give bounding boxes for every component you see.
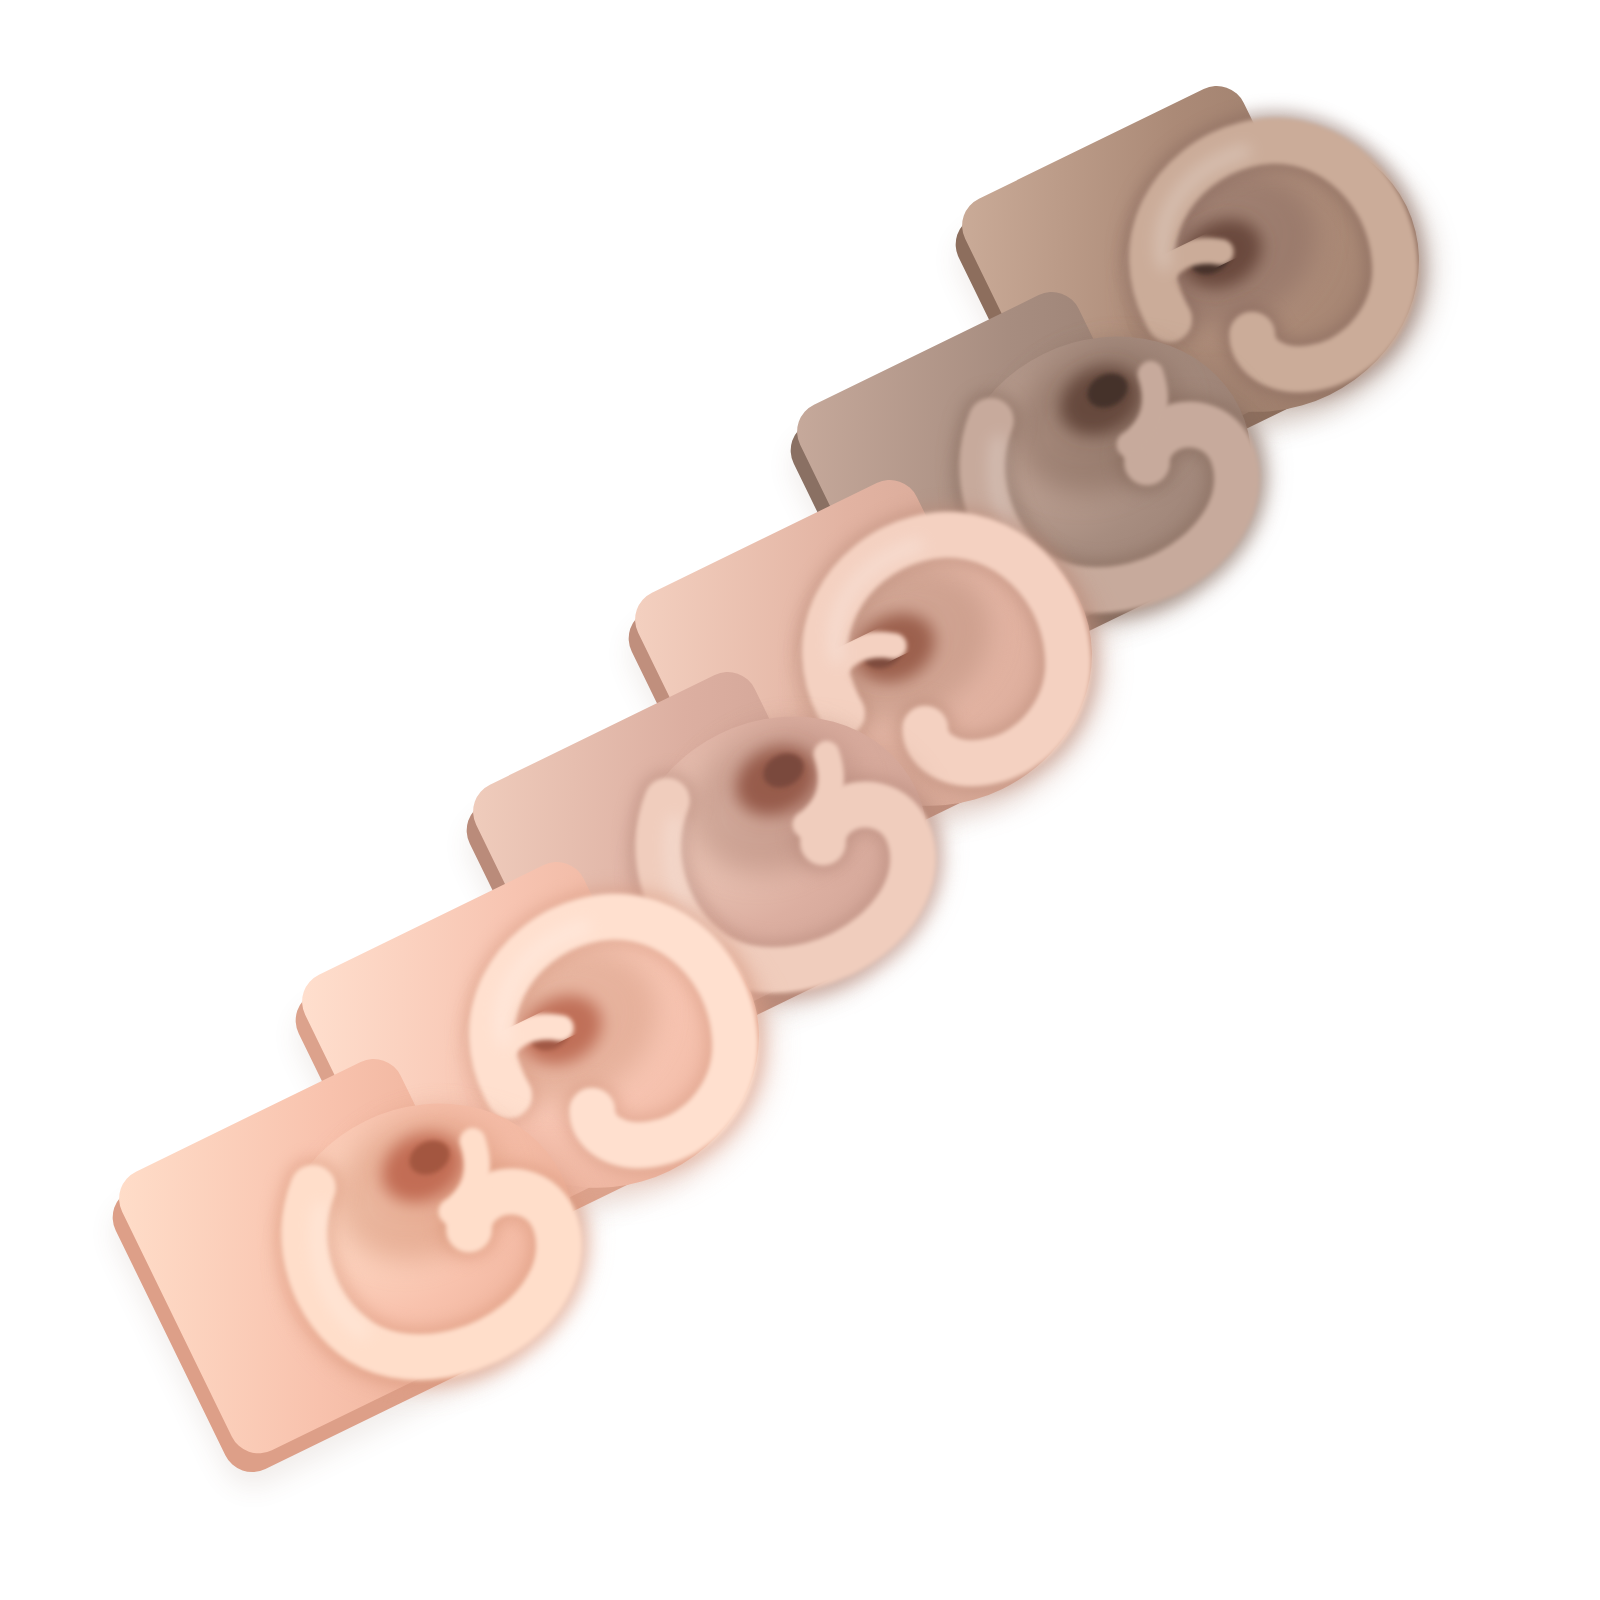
product-photo-scene [0,0,1600,1600]
